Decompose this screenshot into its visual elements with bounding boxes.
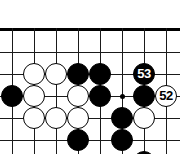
stone-black[interactable]: [1, 85, 23, 107]
stone-black[interactable]: [89, 63, 111, 85]
stone-black[interactable]: [89, 85, 111, 107]
stone-white[interactable]: [67, 107, 89, 129]
stone-white[interactable]: [67, 85, 89, 107]
stone-black[interactable]: [111, 107, 133, 129]
stone-black-53[interactable]: 53: [133, 63, 155, 85]
stone-white[interactable]: [45, 107, 67, 129]
stone-white[interactable]: [23, 63, 45, 85]
stone-black[interactable]: [133, 85, 155, 107]
stone-black[interactable]: [133, 151, 155, 154]
go-diagram: 5352: [0, 0, 180, 154]
go-board: 5352: [0, 0, 180, 154]
stone-black[interactable]: [67, 129, 89, 151]
grid-line-vertical: [56, 28, 57, 154]
stone-white[interactable]: [23, 85, 45, 107]
board-edge-line: [0, 28, 180, 31]
move-number-label: 52: [159, 86, 172, 106]
grid-line-horizontal: [0, 52, 180, 53]
stone-white-52[interactable]: 52: [155, 85, 177, 107]
move-number-label: 53: [137, 64, 150, 84]
stone-white[interactable]: [133, 107, 155, 129]
stone-white[interactable]: [45, 63, 67, 85]
stone-black[interactable]: [67, 63, 89, 85]
stone-white[interactable]: [23, 107, 45, 129]
hoshi-point: [120, 94, 125, 99]
grid-line-horizontal: [0, 140, 180, 141]
stone-black[interactable]: [111, 129, 133, 151]
